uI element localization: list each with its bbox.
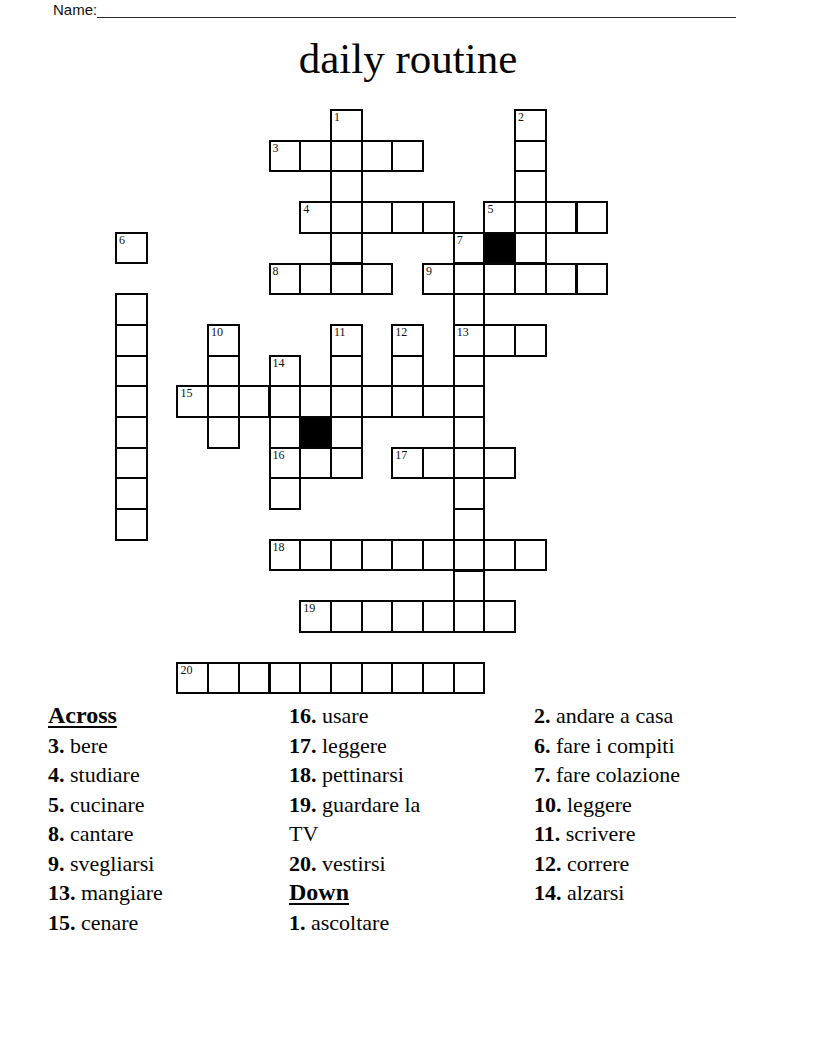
clue-list-number: 5. (48, 792, 65, 817)
grid-cell[interactable] (453, 385, 486, 418)
clue-number: 15 (180, 387, 192, 400)
clue-list-number: 12. (534, 851, 562, 876)
grid-cell[interactable] (514, 232, 547, 265)
clue-number: 5 (487, 203, 493, 216)
grid-cell[interactable] (361, 600, 394, 633)
grid-cell[interactable] (207, 385, 240, 418)
clue-across-15: 15. cenare (48, 908, 283, 938)
down-header: Down (289, 878, 447, 908)
clue-list-number: 17. (289, 733, 317, 758)
clue-across-3: 3. bere (48, 731, 283, 761)
clue-number: 10 (211, 326, 223, 339)
grid-cell[interactable] (453, 355, 486, 388)
clue-list-number: 2. (534, 703, 551, 728)
grid-cell[interactable] (330, 201, 363, 234)
clue-list-number: 20. (289, 851, 317, 876)
grid-cell[interactable] (361, 263, 394, 296)
clue-list-number: 3. (48, 733, 65, 758)
grid-cell[interactable] (330, 447, 363, 480)
grid-cell[interactable] (330, 662, 363, 695)
grid-cell[interactable]: 11 (330, 324, 363, 357)
clue-number: 2 (518, 111, 524, 124)
grid-cell[interactable]: 1 (330, 109, 363, 142)
grid-cell[interactable] (299, 140, 332, 173)
grid-cell[interactable]: 20 (176, 662, 209, 695)
grid-cell[interactable]: 14 (269, 355, 302, 388)
grid-cell[interactable]: 7 (453, 232, 486, 265)
grid-cell[interactable] (299, 662, 332, 695)
clue-number: 6 (119, 234, 125, 247)
grid-cell[interactable] (330, 539, 363, 572)
grid-cell[interactable] (453, 263, 486, 296)
grid-cell[interactable] (207, 662, 240, 695)
grid-cell[interactable] (391, 355, 424, 388)
grid-cell[interactable]: 16 (269, 447, 302, 480)
clue-across-20: 20. vestirsi (289, 849, 447, 879)
clue-number: 9 (426, 265, 432, 278)
grid-cell[interactable] (576, 263, 609, 296)
clue-number: 18 (273, 541, 285, 554)
clue-number: 13 (457, 326, 469, 339)
clue-list-number: 4. (48, 762, 65, 787)
grid-cell[interactable] (238, 662, 271, 695)
grid-cell[interactable] (483, 324, 516, 357)
grid-cell[interactable] (330, 355, 363, 388)
grid-cell[interactable] (453, 570, 486, 603)
grid-cell[interactable] (115, 416, 148, 449)
clue-list-number: 19. (289, 792, 317, 817)
grid-cell[interactable] (514, 170, 547, 203)
clue-across-19: 19. guardare la TV (289, 790, 447, 849)
clue-number: 16 (273, 449, 285, 462)
grid-cell[interactable] (391, 539, 424, 572)
grid-cell[interactable] (514, 201, 547, 234)
black-cell (299, 416, 332, 449)
grid-cell[interactable] (269, 385, 302, 418)
clue-number: 12 (395, 326, 407, 339)
grid-cell[interactable] (115, 508, 148, 541)
grid-cell[interactable]: 4 (299, 201, 332, 234)
grid-cell[interactable] (422, 201, 455, 234)
clue-across-17: 17. leggere (289, 731, 447, 761)
grid-cell[interactable] (514, 324, 547, 357)
clue-across-18: 18. pettinarsi (289, 760, 447, 790)
clue-list-number: 7. (534, 762, 551, 787)
grid-cell[interactable] (545, 263, 578, 296)
puzzle-title: daily routine (0, 34, 816, 84)
grid-cell[interactable] (330, 385, 363, 418)
grid-cell[interactable] (483, 539, 516, 572)
grid-cell[interactable] (391, 140, 424, 173)
grid-cell[interactable] (361, 385, 394, 418)
grid-cell[interactable]: 8 (269, 263, 302, 296)
grid-cell[interactable] (576, 201, 609, 234)
grid-cell[interactable]: 12 (391, 324, 424, 357)
grid-cell[interactable] (361, 539, 394, 572)
grid-cell[interactable] (115, 293, 148, 326)
grid-cell[interactable] (299, 539, 332, 572)
clue-list-number: 11. (534, 821, 560, 846)
grid-cell[interactable] (391, 385, 424, 418)
grid-cell[interactable] (514, 539, 547, 572)
name-label: Name: (53, 1, 97, 18)
black-cell (483, 232, 516, 265)
grid-cell[interactable] (483, 600, 516, 633)
grid-cell[interactable]: 17 (391, 447, 424, 480)
grid-cell[interactable] (207, 416, 240, 449)
grid-cell[interactable] (453, 662, 486, 695)
worksheet-page: { "game": "crossword", "page": { "name_l… (0, 0, 816, 1056)
grid-cell[interactable] (115, 447, 148, 480)
clue-list-number: 18. (289, 762, 317, 787)
clue-number: 8 (273, 265, 279, 278)
grid-cell[interactable] (238, 385, 271, 418)
grid-cell[interactable] (422, 600, 455, 633)
clue-across-4: 4. studiare (48, 760, 283, 790)
clue-number: 20 (180, 664, 192, 677)
grid-cell[interactable] (453, 600, 486, 633)
grid-cell[interactable] (299, 447, 332, 480)
grid-cell[interactable] (514, 140, 547, 173)
grid-cell[interactable] (299, 385, 332, 418)
clue-down-2: 2. andare a casa (534, 701, 759, 731)
clue-number: 17 (395, 449, 407, 462)
grid-cell[interactable] (115, 355, 148, 388)
clue-down-14: 14. alzarsi (534, 878, 759, 908)
clue-number: 7 (457, 234, 463, 247)
clue-column-1: Across3. bere4. studiare5. cucinare8. ca… (48, 701, 283, 937)
clue-down-10: 10. leggere (534, 790, 759, 820)
grid-cell[interactable] (361, 201, 394, 234)
clue-down-6: 6. fare i compiti (534, 731, 759, 761)
clue-number: 19 (303, 602, 315, 615)
grid-cell[interactable]: 6 (115, 232, 148, 265)
grid-cell[interactable] (330, 170, 363, 203)
grid-cell[interactable] (514, 263, 547, 296)
clue-list-number: 13. (48, 880, 76, 905)
grid-cell[interactable] (269, 477, 302, 510)
grid-cell[interactable] (299, 263, 332, 296)
across-header: Across (48, 701, 283, 731)
grid-cell[interactable] (207, 355, 240, 388)
grid-cell[interactable] (422, 539, 455, 572)
grid-cell[interactable] (391, 662, 424, 695)
grid-cell[interactable]: 10 (207, 324, 240, 357)
grid-cell[interactable] (391, 600, 424, 633)
clue-across-8: 8. cantare (48, 819, 283, 849)
grid-cell[interactable]: 3 (269, 140, 302, 173)
grid-cell[interactable] (391, 201, 424, 234)
grid-cell[interactable] (453, 539, 486, 572)
grid-cell[interactable]: 13 (453, 324, 486, 357)
clue-across-13: 13. mangiare (48, 878, 283, 908)
grid-cell[interactable]: 18 (269, 539, 302, 572)
grid-cell[interactable] (422, 662, 455, 695)
grid-cell[interactable] (483, 263, 516, 296)
grid-cell[interactable]: 9 (422, 263, 455, 296)
clue-list-number: 8. (48, 821, 65, 846)
grid-cell[interactable] (115, 385, 148, 418)
grid-cell[interactable] (453, 293, 486, 326)
grid-cell[interactable] (330, 600, 363, 633)
grid-cell[interactable] (330, 232, 363, 265)
clue-down-7: 7. fare colazione (534, 760, 759, 790)
grid-cell[interactable] (330, 263, 363, 296)
grid-cell[interactable]: 2 (514, 109, 547, 142)
grid-cell[interactable] (269, 416, 302, 449)
clue-number: 4 (303, 203, 309, 216)
clue-column-2: 16. usare17. leggere18. pettinarsi19. gu… (289, 701, 447, 937)
clue-across-9: 9. svegliarsi (48, 849, 283, 879)
clue-number: 11 (334, 326, 346, 339)
grid-cell[interactable] (361, 140, 394, 173)
clue-down-1: 1. ascoltare (289, 908, 447, 938)
clue-list-number: 6. (534, 733, 551, 758)
grid-cell[interactable] (545, 201, 578, 234)
clue-down-12: 12. correre (534, 849, 759, 879)
grid-cell[interactable] (422, 385, 455, 418)
grid-cell[interactable] (330, 416, 363, 449)
grid-cell[interactable] (453, 508, 486, 541)
grid-cell[interactable] (115, 477, 148, 510)
clue-list-number: 9. (48, 851, 65, 876)
grid-cell[interactable] (483, 447, 516, 480)
clue-list-number: 16. (289, 703, 317, 728)
grid-cell[interactable] (422, 447, 455, 480)
clue-list-number: 14. (534, 880, 562, 905)
clue-down-11: 11. scrivere (534, 819, 759, 849)
clue-across-5: 5. cucinare (48, 790, 283, 820)
name-blank-line[interactable] (97, 17, 736, 18)
grid-cell[interactable] (115, 324, 148, 357)
grid-cell[interactable] (269, 662, 302, 695)
clue-number: 14 (273, 357, 285, 370)
clue-number: 3 (273, 142, 279, 155)
grid-cell[interactable] (453, 416, 486, 449)
clue-list-number: 15. (48, 910, 76, 935)
clue-number: 1 (334, 111, 340, 124)
crossword-grid: 1234567891011121314151617181920 (115, 109, 609, 695)
grid-cell[interactable] (453, 477, 486, 510)
clue-across-16: 16. usare (289, 701, 447, 731)
clue-column-3: 2. andare a casa6. fare i compiti7. fare… (534, 701, 759, 908)
grid-cell[interactable]: 15 (176, 385, 209, 418)
clue-list-number: 1. (289, 910, 306, 935)
grid-cell[interactable]: 5 (483, 201, 516, 234)
grid-cell[interactable] (453, 447, 486, 480)
grid-cell[interactable]: 19 (299, 600, 332, 633)
grid-cell[interactable] (361, 662, 394, 695)
grid-cell[interactable] (330, 140, 363, 173)
clue-list-number: 10. (534, 792, 562, 817)
